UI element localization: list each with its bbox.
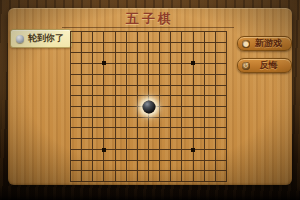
board-cell[interactable] [70,42,81,53]
board-cell[interactable] [148,74,159,85]
board-cell[interactable] [70,85,81,96]
board-cell[interactable] [115,42,126,53]
board-cell[interactable] [170,74,181,85]
header-divider [62,27,234,28]
board-cell[interactable] [193,85,204,96]
board-cell[interactable] [159,170,170,181]
board-cell[interactable] [181,52,192,63]
board-cell[interactable] [181,74,192,85]
board-cell[interactable] [126,149,137,160]
board-cell[interactable] [204,138,215,149]
board-cell[interactable] [159,117,170,128]
board-cell[interactable] [137,149,148,160]
board-cell[interactable] [204,95,215,106]
undo-label: 反悔 [250,59,287,72]
board-cell[interactable] [215,31,226,42]
board-cell[interactable] [103,170,114,181]
board-cell[interactable] [215,52,226,63]
board-cell[interactable] [126,31,137,42]
board-cell[interactable] [204,127,215,138]
board-cell[interactable] [148,127,159,138]
board-cell[interactable] [137,160,148,171]
page-title: 五子棋 [0,10,300,28]
board-cell[interactable] [193,52,204,63]
undo-arrow-icon: ↺ [242,62,250,70]
board-cell[interactable] [148,149,159,160]
board-cell[interactable] [148,31,159,42]
new-game-label: 新游戏 [250,37,287,50]
board-cell[interactable] [148,85,159,96]
board-cell[interactable] [148,138,159,149]
board-cell[interactable] [137,117,148,128]
board-cell[interactable] [81,127,92,138]
board-cell[interactable] [70,138,81,149]
board-cell[interactable] [159,138,170,149]
board-cell[interactable] [170,42,181,53]
board-cell[interactable] [159,149,170,160]
board-cell[interactable] [204,52,215,63]
board-cell[interactable] [193,31,204,42]
board-cell[interactable] [181,160,192,171]
board-cell[interactable] [148,170,159,181]
board-cell[interactable] [92,85,103,96]
board-cell[interactable] [81,117,92,128]
board-cell[interactable] [137,74,148,85]
board-cell[interactable] [159,127,170,138]
board-cell[interactable] [115,63,126,74]
board-cell[interactable] [204,31,215,42]
board-cell[interactable] [170,95,181,106]
board-cell[interactable] [181,117,192,128]
board-cell[interactable] [70,127,81,138]
board-cell[interactable] [215,170,226,181]
new-game-button[interactable]: ● 新游戏 [237,36,292,51]
board-cell[interactable] [159,42,170,53]
board-cell[interactable] [103,127,114,138]
board-grid [70,31,227,182]
board-cell[interactable] [81,85,92,96]
board-cell[interactable] [92,149,103,160]
board-cell[interactable] [70,95,81,106]
board-cell[interactable] [137,127,148,138]
board-cell[interactable] [103,117,114,128]
board-cell[interactable] [81,149,92,160]
board-cell[interactable] [204,117,215,128]
board-cell[interactable] [148,117,159,128]
board-cell[interactable] [81,160,92,171]
board-cell[interactable] [92,160,103,171]
board-cell[interactable] [204,149,215,160]
board-cell[interactable] [193,74,204,85]
board-cell[interactable] [137,95,148,106]
board-cell[interactable] [103,95,114,106]
board-cell[interactable] [170,127,181,138]
board-cell[interactable] [103,138,114,149]
board-cell[interactable] [170,85,181,96]
board-cell[interactable] [193,117,204,128]
board-cell[interactable] [148,52,159,63]
board-cell[interactable] [81,74,92,85]
board-cell[interactable] [181,42,192,53]
board-cell[interactable] [70,117,81,128]
board-cell[interactable] [115,85,126,96]
bottom-shadow [0,186,300,200]
board-cell[interactable] [170,117,181,128]
board-cell[interactable] [126,74,137,85]
board-cell[interactable] [215,138,226,149]
board-cell[interactable] [170,170,181,181]
new-game-stone-icon: ● [242,40,250,48]
board-cell[interactable] [215,74,226,85]
board-cell[interactable] [70,31,81,42]
board-cell[interactable] [181,106,192,117]
board-cell[interactable] [70,170,81,181]
board-cell[interactable] [70,63,81,74]
board-cell[interactable] [115,31,126,42]
board-cell[interactable] [137,52,148,63]
board-cell[interactable] [126,52,137,63]
board-cell[interactable] [92,106,103,117]
board-cell[interactable] [181,85,192,96]
board-cell[interactable] [148,63,159,74]
board-cell[interactable] [193,63,204,74]
board-cell[interactable] [181,127,192,138]
status-badge: 轮到你了 [10,29,72,48]
white-stone-icon [16,35,24,43]
board-cell[interactable] [92,95,103,106]
board-cell[interactable] [159,95,170,106]
board-cell[interactable] [204,85,215,96]
board-cell[interactable] [115,160,126,171]
board-cell[interactable] [193,95,204,106]
board-cell[interactable] [115,117,126,128]
board-cell[interactable] [81,170,92,181]
board-cell[interactable] [126,127,137,138]
board-cell[interactable] [126,117,137,128]
board-cell[interactable] [115,138,126,149]
board-cell[interactable] [92,127,103,138]
board-cell[interactable] [215,42,226,53]
board-cell[interactable] [81,63,92,74]
board-cell[interactable] [137,106,148,117]
board-cell[interactable] [103,63,114,74]
board-cell[interactable] [159,74,170,85]
board-cell[interactable] [126,170,137,181]
board-cell[interactable] [170,160,181,171]
board-cell[interactable] [181,149,192,160]
board-cell[interactable] [159,106,170,117]
board-cell[interactable] [92,31,103,42]
board-cell[interactable] [215,63,226,74]
board-cell[interactable] [137,63,148,74]
board-cell[interactable] [70,160,81,171]
board-cell[interactable] [215,149,226,160]
board-cell[interactable] [204,106,215,117]
board-cell[interactable] [215,127,226,138]
board-cell[interactable] [137,42,148,53]
board-cell[interactable] [170,63,181,74]
board-cell[interactable] [126,42,137,53]
board-cell[interactable] [92,117,103,128]
board-cell[interactable] [70,106,81,117]
board-cell[interactable] [137,138,148,149]
board-cell[interactable] [193,138,204,149]
board-cell[interactable] [92,138,103,149]
board-cell[interactable] [115,106,126,117]
board-cell[interactable] [103,149,114,160]
board-cell[interactable] [148,106,159,117]
board-cell[interactable] [92,42,103,53]
board-cell[interactable] [181,63,192,74]
board-cell[interactable] [103,160,114,171]
board-cell[interactable] [204,63,215,74]
board-cell[interactable] [170,106,181,117]
board-cell[interactable] [92,52,103,63]
board-cell[interactable] [126,95,137,106]
board-cell[interactable] [70,149,81,160]
board-cell[interactable] [115,74,126,85]
board-cell[interactable] [103,85,114,96]
board-cell[interactable] [193,149,204,160]
undo-button[interactable]: ↺ 反悔 [237,58,292,73]
board-cell[interactable] [148,95,159,106]
board-cell[interactable] [126,63,137,74]
board-cell[interactable] [115,52,126,63]
board-cell[interactable] [181,95,192,106]
board-cell[interactable] [81,52,92,63]
board-cell[interactable] [81,42,92,53]
board-cell[interactable] [193,170,204,181]
board-cell[interactable] [170,31,181,42]
board-cell[interactable] [215,160,226,171]
board-cell[interactable] [81,31,92,42]
status-label: 轮到你了 [28,32,64,45]
gomoku-board[interactable] [70,31,227,182]
board-cell[interactable] [170,138,181,149]
board-cell[interactable] [137,31,148,42]
board-cell[interactable] [137,170,148,181]
board-cell[interactable] [170,52,181,63]
board-cell[interactable] [126,106,137,117]
app-window: 五子棋 轮到你了 ● 新游戏 ↺ 反悔 [0,0,300,200]
board-cell[interactable] [181,170,192,181]
board-cell[interactable] [103,31,114,42]
board-cell[interactable] [126,160,137,171]
board-cell[interactable] [115,149,126,160]
board-cell[interactable] [103,74,114,85]
board-cell[interactable] [137,85,148,96]
board-cell[interactable] [170,149,181,160]
board-cell[interactable] [126,85,137,96]
board-cell[interactable] [159,85,170,96]
board-cell[interactable] [215,117,226,128]
board-cell[interactable] [204,42,215,53]
board-cell[interactable] [103,52,114,63]
board-cell[interactable] [92,63,103,74]
board-cell[interactable] [159,160,170,171]
board-cell[interactable] [70,74,81,85]
board-cell[interactable] [103,42,114,53]
board-cell[interactable] [92,170,103,181]
board-cell[interactable] [215,95,226,106]
board-cell[interactable] [148,160,159,171]
board-cell[interactable] [81,106,92,117]
board-cell[interactable] [193,106,204,117]
board-cell[interactable] [70,52,81,63]
board-cell[interactable] [193,160,204,171]
board-cell[interactable] [215,85,226,96]
board-cell[interactable] [115,127,126,138]
board-cell[interactable] [181,138,192,149]
board-cell[interactable] [103,106,114,117]
board-cell[interactable] [81,138,92,149]
board-cell[interactable] [159,63,170,74]
board-cell[interactable] [193,127,204,138]
board-cell[interactable] [204,170,215,181]
board-cell[interactable] [81,95,92,106]
board-cell[interactable] [115,170,126,181]
board-cell[interactable] [204,160,215,171]
board-cell[interactable] [159,31,170,42]
board-cell[interactable] [193,42,204,53]
board-cell[interactable] [215,106,226,117]
board-cell[interactable] [115,95,126,106]
board-cell[interactable] [204,74,215,85]
board-cell[interactable] [126,138,137,149]
board-cell[interactable] [159,52,170,63]
board-cell[interactable] [181,31,192,42]
board-cell[interactable] [92,74,103,85]
board-cell[interactable] [148,42,159,53]
